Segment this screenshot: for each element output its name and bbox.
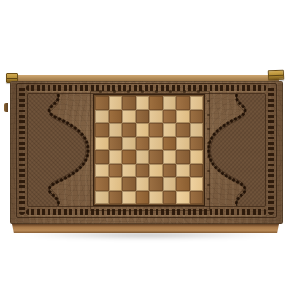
carved-arch-left: [28, 94, 94, 206]
square-b1: [109, 191, 123, 205]
square-c5: [122, 137, 136, 151]
square-c1: [122, 191, 136, 205]
square-b6: [109, 123, 123, 137]
square-f4: [163, 150, 177, 164]
square-f8: [163, 96, 177, 110]
square-f6: [163, 123, 177, 137]
square-f2: [163, 177, 177, 191]
bead-border-right: [268, 85, 274, 215]
square-d4: [136, 150, 150, 164]
square-g5: [176, 137, 190, 151]
square-f3: [163, 164, 177, 178]
square-a1: [95, 191, 109, 205]
square-a6: [95, 123, 109, 137]
square-g8: [176, 96, 190, 110]
square-b2: [109, 177, 123, 191]
square-h1: [190, 191, 204, 205]
chessboard-panel: [93, 94, 205, 206]
square-f7: [163, 110, 177, 124]
board-top-face: [10, 81, 283, 224]
square-c7: [122, 110, 136, 124]
square-c2: [122, 177, 136, 191]
square-e7: [149, 110, 163, 124]
square-b3: [109, 164, 123, 178]
square-g1: [176, 191, 190, 205]
latch-pin-left: [4, 103, 8, 112]
square-a2: [95, 177, 109, 191]
square-d5: [136, 137, 150, 151]
square-e2: [149, 177, 163, 191]
square-b8: [109, 96, 123, 110]
square-b4: [109, 150, 123, 164]
square-h7: [190, 110, 204, 124]
square-d1: [136, 191, 150, 205]
square-d6: [136, 123, 150, 137]
square-h5: [190, 137, 204, 151]
square-f5: [163, 137, 177, 151]
square-e4: [149, 150, 163, 164]
square-e6: [149, 123, 163, 137]
square-e1: [149, 191, 163, 205]
square-g2: [176, 177, 190, 191]
square-c6: [122, 123, 136, 137]
square-f1: [163, 191, 177, 205]
drop-shadow: [20, 231, 274, 239]
square-h6: [190, 123, 204, 137]
carved-arch-right: [203, 94, 265, 206]
square-a5: [95, 137, 109, 151]
square-a7: [95, 110, 109, 124]
square-b7: [109, 110, 123, 124]
square-d2: [136, 177, 150, 191]
brass-hinge-right: [268, 70, 285, 81]
square-g7: [176, 110, 190, 124]
square-e8: [149, 96, 163, 110]
square-c3: [122, 164, 136, 178]
square-c4: [122, 150, 136, 164]
square-h2: [190, 177, 204, 191]
square-e5: [149, 137, 163, 151]
product-photo: [0, 0, 300, 300]
square-d8: [136, 96, 150, 110]
square-h8: [190, 96, 204, 110]
square-e3: [149, 164, 163, 178]
square-c8: [122, 96, 136, 110]
square-a3: [95, 164, 109, 178]
chessboard: [95, 96, 203, 204]
square-d7: [136, 110, 150, 124]
square-a4: [95, 150, 109, 164]
square-a8: [95, 96, 109, 110]
square-b5: [109, 137, 123, 151]
bead-border-left: [19, 85, 25, 215]
square-g4: [176, 150, 190, 164]
square-h3: [190, 164, 204, 178]
square-h4: [190, 150, 204, 164]
square-g3: [176, 164, 190, 178]
square-d3: [136, 164, 150, 178]
square-g6: [176, 123, 190, 137]
